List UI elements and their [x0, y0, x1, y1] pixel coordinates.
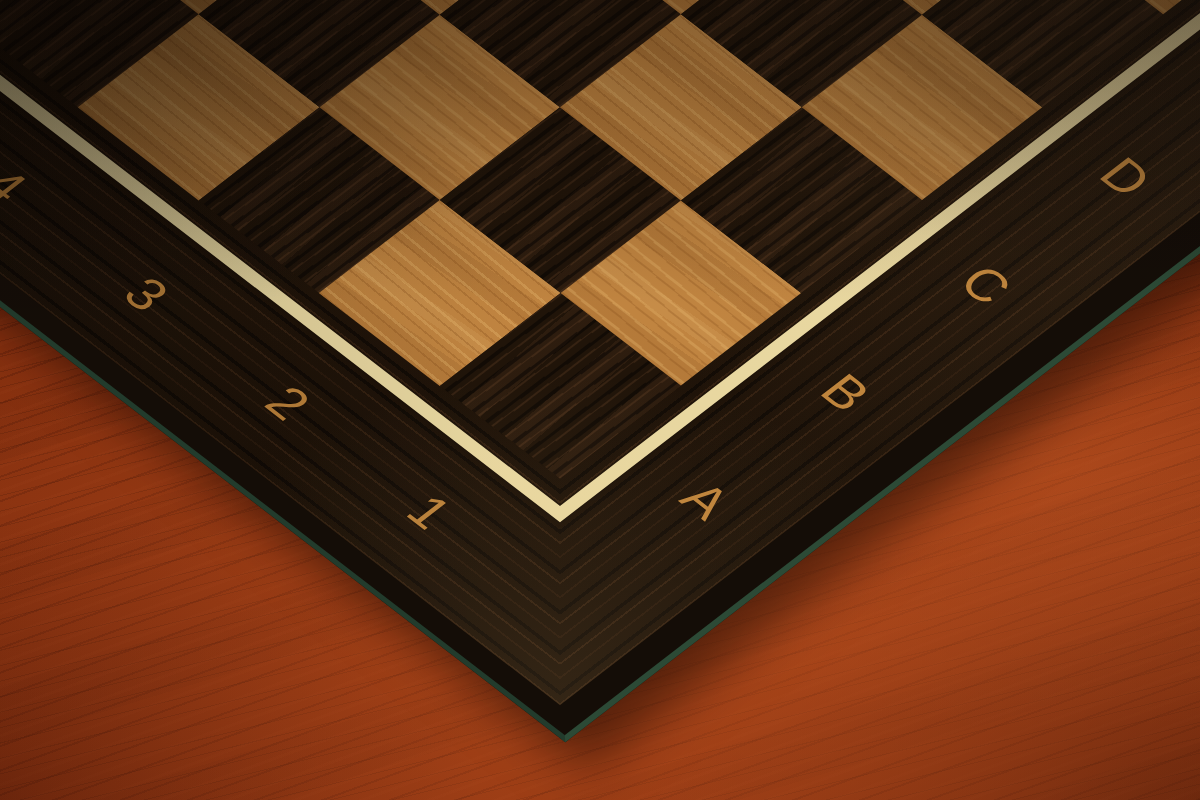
file-label-a: A [671, 474, 739, 527]
rank-label-4: 4 [0, 161, 37, 210]
file-label-b: B [811, 366, 879, 419]
file-label-d: D [1090, 150, 1161, 204]
rank-label-3: 3 [114, 270, 178, 319]
rank-label-1: 1 [397, 487, 461, 536]
file-label-c: C [950, 258, 1021, 312]
photo-scene: 12345678ABCDEFGH [0, 0, 1200, 800]
rank-label-2: 2 [256, 378, 320, 427]
